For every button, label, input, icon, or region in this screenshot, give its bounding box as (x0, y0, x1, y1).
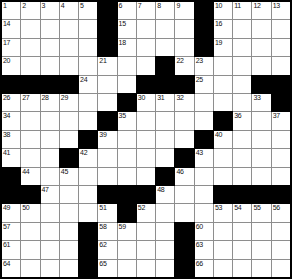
clue-number-43: 43 (196, 149, 203, 157)
clue-number-1: 1 (3, 2, 7, 10)
clue-number-61: 61 (3, 241, 10, 249)
cell-r3c2[interactable] (21, 39, 39, 56)
cell-r6c1[interactable]: 26 (2, 94, 20, 111)
cell-r6c8[interactable]: 30 (137, 94, 155, 111)
cell-r11c9[interactable]: 48 (156, 186, 174, 203)
cell-r15c7[interactable] (118, 260, 136, 277)
cell-r3c13[interactable] (233, 39, 251, 56)
cell-r15c11[interactable]: 66 (195, 260, 213, 277)
cell-r9c14[interactable] (252, 149, 270, 166)
block-cell-r12c7 (118, 204, 136, 221)
cell-r3c10[interactable] (175, 39, 193, 56)
clue-number-57: 57 (3, 223, 10, 231)
cell-r4c7[interactable] (118, 57, 136, 74)
clue-number-56: 56 (273, 204, 280, 212)
cell-r14c12[interactable] (214, 241, 232, 258)
cell-r14c1[interactable]: 61 (2, 241, 20, 258)
clue-number-37: 37 (273, 112, 280, 120)
cell-r4c11[interactable]: 23 (195, 57, 213, 74)
cell-r13c9[interactable] (156, 223, 174, 240)
block-cell-r9c10 (175, 149, 193, 166)
clue-number-34: 34 (3, 112, 10, 120)
cell-r10c8[interactable] (137, 168, 155, 185)
block-cell-r11c6 (98, 186, 116, 203)
cell-r4c3[interactable] (41, 57, 59, 74)
block-cell-r6c15 (272, 94, 290, 111)
block-cell-r14c10 (175, 241, 193, 258)
cell-r12c5[interactable] (79, 204, 97, 221)
cell-r11c11[interactable] (195, 186, 213, 203)
cell-r4c15[interactable] (272, 57, 290, 74)
cell-r6c10[interactable]: 32 (175, 94, 193, 111)
cell-r8c9[interactable] (156, 131, 174, 148)
cell-r12c13[interactable]: 54 (233, 204, 251, 221)
cell-r1c10[interactable]: 9 (175, 2, 193, 19)
cell-r3c14[interactable] (252, 39, 270, 56)
clue-number-63: 63 (196, 241, 203, 249)
cell-r2c15[interactable] (272, 20, 290, 37)
cell-r10c5[interactable] (79, 168, 97, 185)
clue-number-2: 2 (22, 2, 26, 10)
clue-number-35: 35 (119, 112, 126, 120)
clue-number-29: 29 (61, 94, 68, 102)
cell-r14c6[interactable]: 62 (98, 241, 116, 258)
cell-r14c14[interactable] (252, 241, 270, 258)
cell-r13c2[interactable] (21, 223, 39, 240)
cell-r2c5[interactable] (79, 20, 97, 37)
clue-number-58: 58 (99, 223, 106, 231)
cell-r15c14[interactable] (252, 260, 270, 277)
clue-number-5: 5 (80, 2, 84, 10)
cell-r14c4[interactable] (60, 241, 78, 258)
clue-number-20: 20 (3, 57, 10, 65)
cell-r8c7[interactable] (118, 131, 136, 148)
block-cell-r5c15 (272, 76, 290, 93)
cell-r4c8[interactable] (137, 57, 155, 74)
block-cell-r3c11 (195, 39, 213, 56)
clue-number-42: 42 (80, 149, 87, 157)
cell-r15c12[interactable] (214, 260, 232, 277)
clue-number-60: 60 (196, 223, 203, 231)
cell-r15c4[interactable] (60, 260, 78, 277)
cell-r6c13[interactable] (233, 94, 251, 111)
clue-number-13: 13 (273, 2, 280, 10)
cell-r13c6[interactable]: 58 (98, 223, 116, 240)
clue-number-21: 21 (99, 57, 106, 65)
cell-r1c5[interactable]: 5 (79, 2, 97, 19)
cell-r13c4[interactable] (60, 223, 78, 240)
cell-r14c11[interactable]: 63 (195, 241, 213, 258)
block-cell-r7c6 (98, 112, 116, 129)
cell-r7c9[interactable] (156, 112, 174, 129)
cell-r3c1[interactable]: 17 (2, 39, 20, 56)
cell-r9c2[interactable] (21, 149, 39, 166)
clue-number-14: 14 (3, 20, 10, 28)
cell-r3c15[interactable] (272, 39, 290, 56)
clue-number-27: 27 (22, 94, 29, 102)
cell-r13c12[interactable] (214, 223, 232, 240)
block-cell-r5c8 (137, 76, 155, 93)
cell-r10c7[interactable] (118, 168, 136, 185)
block-cell-r3c6 (98, 39, 116, 56)
cell-r14c3[interactable] (41, 241, 59, 258)
cell-r10c2[interactable]: 44 (21, 168, 39, 185)
clue-number-47: 47 (42, 186, 49, 194)
cell-r1c8[interactable]: 7 (137, 2, 155, 19)
cell-r14c15[interactable] (272, 241, 290, 258)
cell-r5c6[interactable] (98, 76, 116, 93)
cell-r12c6[interactable]: 51 (98, 204, 116, 221)
cell-r7c2[interactable] (21, 112, 39, 129)
cell-r3c12[interactable]: 19 (214, 39, 232, 56)
cell-r15c6[interactable]: 65 (98, 260, 116, 277)
crossword-grid: 1234567891011121314151617181920212223242… (0, 0, 292, 279)
clue-number-45: 45 (61, 168, 68, 176)
cell-r2c2[interactable] (21, 20, 39, 37)
cell-r11c4[interactable] (60, 186, 78, 203)
cell-r4c1[interactable]: 20 (2, 57, 20, 74)
cell-r10c3[interactable] (41, 168, 59, 185)
block-cell-r14c5 (79, 241, 97, 258)
clue-number-7: 7 (138, 2, 142, 10)
cell-r1c3[interactable]: 3 (41, 2, 59, 19)
cell-r1c1[interactable]: 1 (2, 2, 20, 19)
block-cell-r13c10 (175, 223, 193, 240)
block-cell-r11c14 (252, 186, 270, 203)
clue-number-39: 39 (99, 131, 106, 139)
cell-r8c6[interactable]: 39 (98, 131, 116, 148)
clue-number-46: 46 (176, 168, 183, 176)
block-cell-r11c7 (118, 186, 136, 203)
cell-r2c13[interactable] (233, 20, 251, 37)
cell-r8c14[interactable] (252, 131, 270, 148)
cell-r8c10[interactable] (175, 131, 193, 148)
clue-number-66: 66 (196, 260, 203, 268)
cell-r12c1[interactable]: 49 (2, 204, 20, 221)
clue-number-17: 17 (3, 39, 10, 47)
cell-r12c15[interactable]: 56 (272, 204, 290, 221)
clue-number-22: 22 (176, 57, 183, 65)
cell-r4c5[interactable] (79, 57, 97, 74)
cell-r2c14[interactable] (252, 20, 270, 37)
clue-number-12: 12 (253, 2, 260, 10)
clue-number-59: 59 (119, 223, 126, 231)
clue-number-3: 3 (42, 2, 46, 10)
cell-r10c6[interactable] (98, 168, 116, 185)
cell-r5c5[interactable]: 24 (79, 76, 97, 93)
block-cell-r1c6 (98, 2, 116, 19)
cell-r1c4[interactable]: 4 (60, 2, 78, 19)
cell-r1c14[interactable]: 12 (252, 2, 270, 19)
clue-number-24: 24 (80, 76, 87, 84)
block-cell-r2c6 (98, 20, 116, 37)
clue-number-26: 26 (3, 94, 10, 102)
cell-r12c3[interactable] (41, 204, 59, 221)
cell-r12c10[interactable] (175, 204, 193, 221)
cell-r3c3[interactable] (41, 39, 59, 56)
clue-number-48: 48 (157, 186, 164, 194)
cell-r1c9[interactable]: 8 (156, 2, 174, 19)
cell-r3c7[interactable]: 18 (118, 39, 136, 56)
cell-r13c3[interactable] (41, 223, 59, 240)
cell-r5c11[interactable]: 25 (195, 76, 213, 93)
cell-r11c5[interactable] (79, 186, 97, 203)
clue-number-33: 33 (253, 94, 260, 102)
cell-r8c8[interactable] (137, 131, 155, 148)
cell-r6c5[interactable] (79, 94, 97, 111)
cell-r8c3[interactable] (41, 131, 59, 148)
cell-r15c2[interactable] (21, 260, 39, 277)
block-cell-r5c9 (156, 76, 174, 93)
clue-number-30: 30 (138, 94, 145, 102)
cell-r5c7[interactable] (118, 76, 136, 93)
cell-r2c7[interactable]: 15 (118, 20, 136, 37)
cell-r13c1[interactable]: 57 (2, 223, 20, 240)
cell-r6c9[interactable]: 31 (156, 94, 174, 111)
cell-r2c4[interactable] (60, 20, 78, 37)
block-cell-r15c10 (175, 260, 193, 277)
block-cell-r5c10 (175, 76, 193, 93)
cell-r8c2[interactable] (21, 131, 39, 148)
block-cell-r5c4 (60, 76, 78, 93)
cell-r1c13[interactable]: 11 (233, 2, 251, 19)
cell-r2c3[interactable] (41, 20, 59, 37)
block-cell-r5c14 (252, 76, 270, 93)
cell-r10c15[interactable] (272, 168, 290, 185)
cell-r14c13[interactable] (233, 241, 251, 258)
clue-number-38: 38 (3, 131, 10, 139)
clue-number-32: 32 (176, 94, 183, 102)
clue-number-15: 15 (119, 20, 126, 28)
cell-r7c14[interactable] (252, 112, 270, 129)
cell-r1c15[interactable]: 13 (272, 2, 290, 19)
cell-r15c9[interactable] (156, 260, 174, 277)
cell-r13c13[interactable] (233, 223, 251, 240)
block-cell-r8c5 (79, 131, 97, 148)
cell-r10c10[interactable]: 46 (175, 168, 193, 185)
block-cell-r15c5 (79, 260, 97, 277)
cell-r7c8[interactable] (137, 112, 155, 129)
clue-number-25: 25 (196, 76, 203, 84)
clue-number-55: 55 (253, 204, 260, 212)
cell-r4c14[interactable] (252, 57, 270, 74)
cell-r12c9[interactable] (156, 204, 174, 221)
clue-number-44: 44 (22, 168, 29, 176)
cell-r6c6[interactable] (98, 94, 116, 111)
cell-r2c8[interactable] (137, 20, 155, 37)
cell-r4c13[interactable] (233, 57, 251, 74)
cell-r6c4[interactable]: 29 (60, 94, 78, 111)
cell-r14c7[interactable] (118, 241, 136, 258)
cell-r6c14[interactable]: 33 (252, 94, 270, 111)
clue-number-16: 16 (215, 20, 222, 28)
cell-r12c2[interactable]: 50 (21, 204, 39, 221)
cell-r9c7[interactable] (118, 149, 136, 166)
clue-number-23: 23 (196, 57, 203, 65)
cell-r9c5[interactable]: 42 (79, 149, 97, 166)
cell-r13c8[interactable] (137, 223, 155, 240)
cell-r10c12[interactable] (214, 168, 232, 185)
clue-number-49: 49 (3, 204, 10, 212)
clue-number-18: 18 (119, 39, 126, 47)
cell-r8c4[interactable] (60, 131, 78, 148)
clue-number-41: 41 (3, 149, 10, 157)
block-cell-r1c11 (195, 2, 213, 19)
cell-r12c12[interactable]: 53 (214, 204, 232, 221)
clue-number-40: 40 (215, 131, 222, 139)
cell-r9c15[interactable] (272, 149, 290, 166)
clue-number-10: 10 (215, 2, 222, 10)
block-cell-r2c11 (195, 20, 213, 37)
cell-r5c13[interactable] (233, 76, 251, 93)
cell-r6c3[interactable]: 28 (41, 94, 59, 111)
clue-number-31: 31 (157, 94, 164, 102)
cell-r6c12[interactable] (214, 94, 232, 111)
cell-r13c14[interactable] (252, 223, 270, 240)
cell-r4c10[interactable]: 22 (175, 57, 193, 74)
cell-r9c1[interactable]: 41 (2, 149, 20, 166)
cell-r7c4[interactable] (60, 112, 78, 129)
clue-number-11: 11 (234, 2, 241, 10)
block-cell-r5c2 (21, 76, 39, 93)
block-cell-r11c8 (137, 186, 155, 203)
cell-r5c12[interactable] (214, 76, 232, 93)
block-cell-r13c5 (79, 223, 97, 240)
cell-r7c3[interactable] (41, 112, 59, 129)
cell-r7c10[interactable] (175, 112, 193, 129)
clue-number-52: 52 (138, 204, 145, 212)
block-cell-r5c1 (2, 76, 20, 93)
cell-r4c4[interactable] (60, 57, 78, 74)
clue-number-62: 62 (99, 241, 106, 249)
cell-r7c5[interactable] (79, 112, 97, 129)
cell-r1c12[interactable]: 10 (214, 2, 232, 19)
block-cell-r6c7 (118, 94, 136, 111)
cell-r8c15[interactable] (272, 131, 290, 148)
cell-r10c4[interactable]: 45 (60, 168, 78, 185)
clue-number-36: 36 (234, 112, 241, 120)
cell-r15c3[interactable] (41, 260, 59, 277)
cell-r1c2[interactable]: 2 (21, 2, 39, 19)
clue-number-53: 53 (215, 204, 222, 212)
cell-r6c2[interactable]: 27 (21, 94, 39, 111)
cell-r9c12[interactable] (214, 149, 232, 166)
block-cell-r11c1 (2, 186, 20, 203)
clue-number-6: 6 (119, 2, 123, 10)
clue-number-19: 19 (215, 39, 222, 47)
clue-number-64: 64 (3, 260, 10, 268)
cell-r7c11[interactable] (195, 112, 213, 129)
clue-number-50: 50 (22, 204, 29, 212)
cell-r3c9[interactable] (156, 39, 174, 56)
block-cell-r10c1 (2, 168, 20, 185)
cell-r3c8[interactable] (137, 39, 155, 56)
cell-r12c8[interactable]: 52 (137, 204, 155, 221)
cell-r4c6[interactable]: 21 (98, 57, 116, 74)
cell-r14c9[interactable] (156, 241, 174, 258)
clue-number-65: 65 (99, 260, 106, 268)
clue-number-54: 54 (234, 204, 241, 212)
cell-r2c10[interactable] (175, 20, 193, 37)
cell-r7c15[interactable]: 37 (272, 112, 290, 129)
cell-r10c14[interactable] (252, 168, 270, 185)
block-cell-r8c11 (195, 131, 213, 148)
block-cell-r10c9 (156, 168, 174, 185)
clue-number-8: 8 (157, 2, 161, 10)
cell-r12c14[interactable]: 55 (252, 204, 270, 221)
cell-r8c13[interactable] (233, 131, 251, 148)
cell-r2c12[interactable]: 16 (214, 20, 232, 37)
cell-r8c12[interactable]: 40 (214, 131, 232, 148)
cell-r9c8[interactable] (137, 149, 155, 166)
cell-r15c15[interactable] (272, 260, 290, 277)
cell-r1c7[interactable]: 6 (118, 2, 136, 19)
cell-r15c1[interactable]: 64 (2, 260, 20, 277)
cell-r14c2[interactable] (21, 241, 39, 258)
cell-r12c4[interactable] (60, 204, 78, 221)
cell-r13c15[interactable] (272, 223, 290, 240)
cell-r7c13[interactable]: 36 (233, 112, 251, 129)
cell-r8c1[interactable]: 38 (2, 131, 20, 148)
cell-r10c11[interactable] (195, 168, 213, 185)
clue-number-9: 9 (176, 2, 180, 10)
cell-r9c9[interactable] (156, 149, 174, 166)
block-cell-r5c3 (41, 76, 59, 93)
cell-r9c11[interactable]: 43 (195, 149, 213, 166)
block-cell-r11c15 (272, 186, 290, 203)
cell-r6c11[interactable] (195, 94, 213, 111)
block-cell-r4c9 (156, 57, 174, 74)
cell-r15c8[interactable] (137, 260, 155, 277)
cell-r14c8[interactable] (137, 241, 155, 258)
block-cell-r11c12 (214, 186, 232, 203)
cell-r4c12[interactable] (214, 57, 232, 74)
cell-r3c4[interactable] (60, 39, 78, 56)
cell-r4c2[interactable] (21, 57, 39, 74)
cell-r10c13[interactable] (233, 168, 251, 185)
cell-r2c1[interactable]: 14 (2, 20, 20, 37)
cell-r13c7[interactable]: 59 (118, 223, 136, 240)
cell-r15c13[interactable] (233, 260, 251, 277)
cell-r7c7[interactable]: 35 (118, 112, 136, 129)
cell-r11c3[interactable]: 47 (41, 186, 59, 203)
block-cell-r11c2 (21, 186, 39, 203)
clue-number-28: 28 (42, 94, 49, 102)
cell-r12c11[interactable] (195, 204, 213, 221)
cell-r9c6[interactable] (98, 149, 116, 166)
cell-r7c1[interactable]: 34 (2, 112, 20, 129)
cell-r2c9[interactable] (156, 20, 174, 37)
cell-r9c13[interactable] (233, 149, 251, 166)
cell-r11c10[interactable] (175, 186, 193, 203)
block-cell-r7c12 (214, 112, 232, 129)
clue-number-51: 51 (99, 204, 106, 212)
cell-r9c3[interactable] (41, 149, 59, 166)
clue-number-4: 4 (61, 2, 65, 10)
cell-r13c11[interactable]: 60 (195, 223, 213, 240)
cell-r3c5[interactable] (79, 39, 97, 56)
block-cell-r11c13 (233, 186, 251, 203)
block-cell-r9c4 (60, 149, 78, 166)
